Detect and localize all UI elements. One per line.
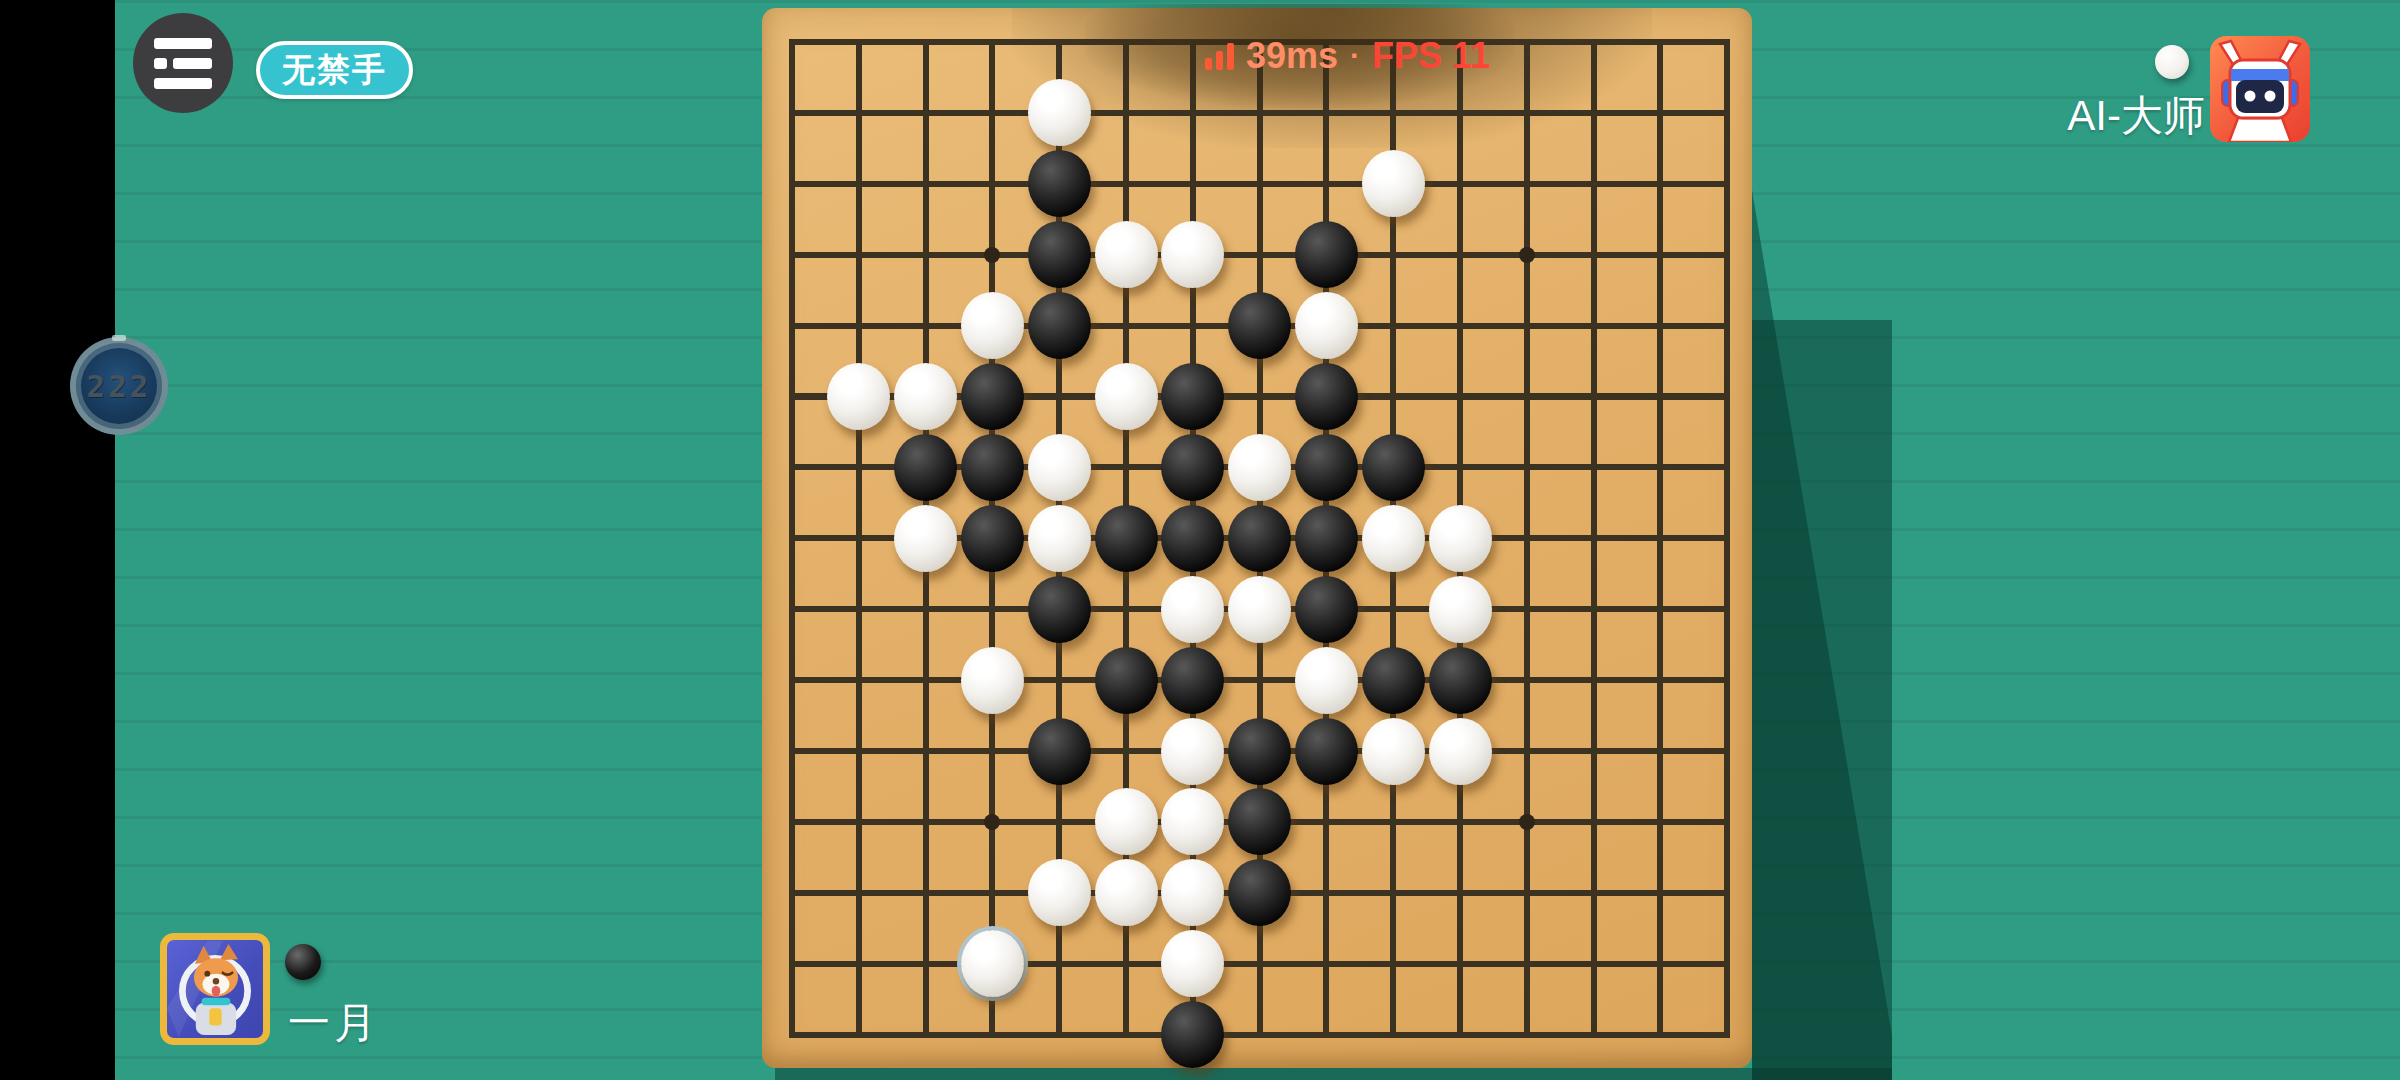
stone-white [1161, 930, 1224, 997]
stone-white [1095, 859, 1158, 926]
stone-black [1295, 434, 1358, 501]
stone-black [1228, 292, 1291, 359]
stone-black [1028, 150, 1091, 217]
stone-white [1362, 505, 1425, 572]
stone-white [961, 930, 1024, 997]
stone-black [1295, 505, 1358, 572]
ai-name: AI-大师 [2067, 88, 2205, 144]
stone-white [1295, 292, 1358, 359]
stone-black [1161, 505, 1224, 572]
stone-black [1429, 647, 1492, 714]
stone-black [1362, 647, 1425, 714]
stone-white [1095, 788, 1158, 855]
stone-white [1295, 647, 1358, 714]
stone-black [1161, 363, 1224, 430]
star-point [1519, 247, 1535, 263]
ai-panel: AI-大师 [2035, 36, 2355, 146]
stone-black [1161, 647, 1224, 714]
star-point [984, 247, 1000, 263]
perf-overlay: 39ms · FPS 11 [1205, 34, 1490, 78]
menu-button[interactable] [133, 13, 233, 113]
stone-white [1161, 221, 1224, 288]
timer-gauge: 222 [70, 337, 168, 435]
left-black-strip [0, 0, 115, 1080]
game-screen: 无禁手 222 39ms · FPS 11 [0, 0, 2400, 1080]
gomoku-board [762, 8, 1752, 1068]
stone-white [1095, 221, 1158, 288]
fps-value: FPS 11 [1372, 35, 1490, 77]
stone-white [1028, 859, 1091, 926]
stone-white [1228, 576, 1291, 643]
ai-stone-white-icon [2155, 45, 2189, 79]
stone-black [1095, 647, 1158, 714]
stone-black [894, 434, 957, 501]
signal-bars-icon [1205, 42, 1234, 70]
latency-value: 39ms [1246, 35, 1338, 77]
stone-white [1028, 505, 1091, 572]
stone-white [1161, 576, 1224, 643]
board-shadow-bottom [775, 1068, 1892, 1080]
star-point [1519, 814, 1535, 830]
player-name: 一月 [288, 995, 380, 1051]
stone-white [961, 292, 1024, 359]
stone-white [894, 363, 957, 430]
stone-black [1095, 505, 1158, 572]
board-grid[interactable] [789, 39, 1730, 1038]
stone-white [1429, 505, 1492, 572]
timer-value: 222 [87, 368, 152, 404]
stone-black [1161, 434, 1224, 501]
stone-black [961, 363, 1024, 430]
stone-black [1362, 434, 1425, 501]
stone-black [1295, 363, 1358, 430]
stone-black [1228, 505, 1291, 572]
stone-black [1028, 292, 1091, 359]
stone-black [1028, 718, 1091, 785]
stone-black [1028, 576, 1091, 643]
stone-white [1362, 150, 1425, 217]
stone-white [1028, 79, 1091, 146]
ai-avatar[interactable] [2210, 36, 2310, 142]
stone-white [1228, 434, 1291, 501]
stone-white [1161, 718, 1224, 785]
stone-black [1295, 718, 1358, 785]
stone-white [894, 505, 957, 572]
stone-white [1429, 718, 1492, 785]
perf-separator: · [1350, 39, 1360, 73]
stone-white [1095, 363, 1158, 430]
stone-black [1228, 788, 1291, 855]
stone-white [1028, 434, 1091, 501]
board-shadow-side [1752, 320, 1892, 1080]
player-stone-black-icon [285, 944, 321, 980]
star-point [984, 814, 1000, 830]
stone-black [1028, 221, 1091, 288]
rule-badge: 无禁手 [256, 41, 413, 99]
stone-black [1295, 576, 1358, 643]
stone-white [1362, 718, 1425, 785]
stone-black [1228, 859, 1291, 926]
robot-icon [2210, 36, 2310, 142]
menu-icon [154, 38, 212, 49]
stone-white [1161, 859, 1224, 926]
stone-black [961, 434, 1024, 501]
stone-black [1295, 221, 1358, 288]
stone-white [827, 363, 890, 430]
stone-black [1228, 718, 1291, 785]
dog-astronaut-icon [167, 940, 263, 1038]
stone-white [1429, 576, 1492, 643]
stone-white [961, 647, 1024, 714]
stone-white [1161, 788, 1224, 855]
stone-black [1161, 1001, 1224, 1068]
stone-black [961, 505, 1024, 572]
player-avatar[interactable] [160, 933, 270, 1045]
